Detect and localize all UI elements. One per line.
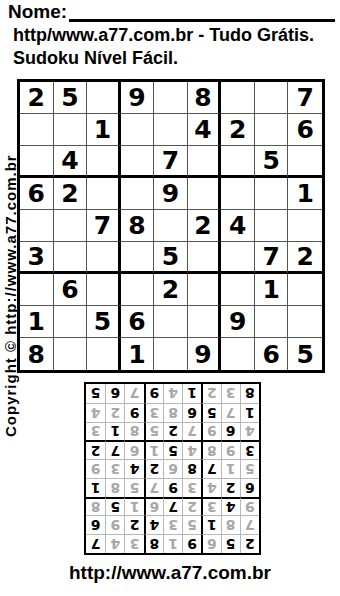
solution-cell-r3c2: 4 <box>221 497 240 516</box>
solution-cell-r8c7: 9 <box>124 403 143 422</box>
sudoku-cell-r3c9[interactable] <box>288 146 322 178</box>
sudoku-cell-r1c5[interactable] <box>154 82 188 114</box>
solution-cell-r2c9: 6 <box>86 515 105 534</box>
sudoku-cell-r6c9[interactable]: 2 <box>288 242 322 274</box>
sudoku-cell-r4c1[interactable]: 6 <box>20 178 54 210</box>
sudoku-cell-r7c9[interactable] <box>288 274 322 306</box>
sudoku-cell-r5c6[interactable]: 2 <box>188 210 222 242</box>
sudoku-cell-r5c1[interactable] <box>20 210 54 242</box>
sudoku-cell-r9c6[interactable]: 9 <box>188 338 222 370</box>
sudoku-cell-r8c2[interactable] <box>54 306 88 338</box>
solution-cell-r5c7: 4 <box>124 459 143 478</box>
solution-cell-r3c3: 3 <box>201 497 220 516</box>
sudoku-cell-r7c3[interactable] <box>87 274 121 306</box>
sudoku-cell-r8c9[interactable] <box>288 306 322 338</box>
name-label: Nome: <box>8 2 67 22</box>
solution-cell-r5c6: 2 <box>144 459 163 478</box>
solution-cell-r5c5: 6 <box>163 459 182 478</box>
solution-cell-r6c4: 4 <box>182 440 201 459</box>
solution-cell-r4c2: 2 <box>221 478 240 497</box>
solution-cell-r9c9: 5 <box>86 384 105 403</box>
sudoku-cell-r9c4[interactable]: 1 <box>121 338 155 370</box>
solution-cell-r5c2: 1 <box>221 459 240 478</box>
sudoku-cell-r1c7[interactable] <box>221 82 255 114</box>
sudoku-cell-r3c3[interactable] <box>87 146 121 178</box>
copyright-vertical-text: Copyright © http://www.a77.com.br <box>2 85 19 437</box>
solution-cell-r4c6: 7 <box>144 478 163 497</box>
name-blank-line <box>69 3 335 22</box>
solution-cell-r7c2: 6 <box>221 422 240 441</box>
sudoku-cell-r3c1[interactable] <box>20 146 54 178</box>
sudoku-cell-r7c1[interactable] <box>20 274 54 306</box>
solution-cell-r4c1: 6 <box>240 478 259 497</box>
solution-cell-r4c9: 1 <box>86 478 105 497</box>
solution-cell-r2c3: 1 <box>201 515 220 534</box>
sudoku-cell-r6c6[interactable] <box>188 242 222 274</box>
sudoku-cell-r4c2[interactable]: 2 <box>54 178 88 210</box>
solution-cell-r8c4: 6 <box>182 403 201 422</box>
sudoku-cell-r5c4[interactable]: 8 <box>121 210 155 242</box>
sudoku-cell-r7c4[interactable] <box>121 274 155 306</box>
solution-cell-r4c8: 8 <box>105 478 124 497</box>
solution-cell-r8c6: 3 <box>144 403 163 422</box>
sudoku-cell-r6c3[interactable] <box>87 242 121 274</box>
sudoku-cell-r7c5[interactable]: 2 <box>154 274 188 306</box>
sudoku-cell-r7c2[interactable]: 6 <box>54 274 88 306</box>
sudoku-cell-r8c7[interactable]: 9 <box>221 306 255 338</box>
sudoku-cell-r2c3[interactable]: 1 <box>87 114 121 146</box>
sudoku-cell-r5c5[interactable] <box>154 210 188 242</box>
sudoku-cell-r3c7[interactable] <box>221 146 255 178</box>
page: Nome: http/www.a77.com.br - Tudo Grátis.… <box>0 0 340 596</box>
solution-cell-r1c7: 3 <box>124 534 143 553</box>
sudoku-cell-r6c1[interactable]: 3 <box>20 242 54 274</box>
solution-cell-r4c5: 9 <box>163 478 182 497</box>
sudoku-cell-r8c3[interactable]: 5 <box>87 306 121 338</box>
solution-cell-r4c4: 3 <box>182 478 201 497</box>
sudoku-cell-r4c3[interactable] <box>87 178 121 210</box>
sudoku-cell-r8c6[interactable] <box>188 306 222 338</box>
sudoku-cell-r2c9[interactable]: 6 <box>288 114 322 146</box>
sudoku-cell-r1c8[interactable] <box>255 82 289 114</box>
solution-cell-r2c7: 2 <box>124 515 143 534</box>
solution-cell-r1c9: 7 <box>86 534 105 553</box>
sudoku-cell-r5c3[interactable]: 7 <box>87 210 121 242</box>
sudoku-cell-r7c7[interactable] <box>221 274 255 306</box>
solution-cell-r3c9: 8 <box>86 497 105 516</box>
difficulty-title: Sudoku Nível Fácil. <box>13 48 178 69</box>
solution-cell-r6c7: 6 <box>124 440 143 459</box>
sudoku-cell-r2c4[interactable] <box>121 114 155 146</box>
solution-cell-r7c9: 3 <box>86 422 105 441</box>
sudoku-cell-r4c4[interactable] <box>121 178 155 210</box>
solution-cell-r1c8: 4 <box>105 534 124 553</box>
solution-cell-r7c4: 7 <box>182 422 201 441</box>
sudoku-cell-r9c2[interactable] <box>54 338 88 370</box>
solution-cell-r5c4: 8 <box>182 459 201 478</box>
footer-url: http://www.a77.com.br <box>0 562 340 584</box>
main-grid: 259871426475629178243572621156981965 <box>17 79 325 373</box>
solution-cell-r2c5: 3 <box>163 515 182 534</box>
sudoku-cell-r3c5[interactable]: 7 <box>154 146 188 178</box>
sudoku-cell-r6c8[interactable]: 7 <box>255 242 289 274</box>
solution-cell-r4c7: 5 <box>124 478 143 497</box>
solution-cell-r6c9: 2 <box>86 440 105 459</box>
sudoku-cell-r4c9[interactable]: 1 <box>288 178 322 210</box>
sudoku-cell-r2c1[interactable] <box>20 114 54 146</box>
sudoku-cell-r5c9[interactable] <box>288 210 322 242</box>
sudoku-cell-r7c6[interactable] <box>188 274 222 306</box>
sudoku-cell-r3c8[interactable]: 5 <box>255 146 289 178</box>
sudoku-cell-r9c3[interactable] <box>87 338 121 370</box>
sudoku-cell-r5c8[interactable] <box>255 210 289 242</box>
sudoku-cell-r6c4[interactable] <box>121 242 155 274</box>
solution-cell-r9c4: 1 <box>182 384 201 403</box>
solution-cell-r9c8: 6 <box>105 384 124 403</box>
solution-cell-r9c3: 2 <box>201 384 220 403</box>
sudoku-cell-r9c8[interactable]: 6 <box>255 338 289 370</box>
name-row: Nome: <box>8 2 335 22</box>
solution-cell-r5c8: 3 <box>105 459 124 478</box>
solution-cell-r6c6: 1 <box>144 440 163 459</box>
solution-cell-r7c6: 5 <box>144 422 163 441</box>
solution-grid: 2569183477815342969432761586243975815178… <box>84 382 261 555</box>
sudoku-cell-r2c6[interactable]: 4 <box>188 114 222 146</box>
solution-cell-r9c7: 7 <box>124 384 143 403</box>
solution-cell-r9c5: 4 <box>163 384 182 403</box>
sudoku-cell-r1c3[interactable] <box>87 82 121 114</box>
solution-cell-r6c1: 3 <box>240 440 259 459</box>
solution-cell-r3c5: 7 <box>163 497 182 516</box>
solution-cell-r3c1: 9 <box>240 497 259 516</box>
sudoku-cell-r9c5[interactable] <box>154 338 188 370</box>
sudoku-cell-r6c7[interactable] <box>221 242 255 274</box>
sudoku-cell-r9c7[interactable] <box>221 338 255 370</box>
sudoku-cell-r4c8[interactable] <box>255 178 289 210</box>
solution-cell-r7c1: 4 <box>240 422 259 441</box>
solution-cell-r8c2: 7 <box>221 403 240 422</box>
sudoku-cell-r1c6[interactable]: 8 <box>188 82 222 114</box>
solution-cell-r9c6: 9 <box>144 384 163 403</box>
sudoku-cell-r3c4[interactable] <box>121 146 155 178</box>
solution-cell-r5c1: 5 <box>240 459 259 478</box>
sudoku-cell-r8c1[interactable]: 1 <box>20 306 54 338</box>
solution-cell-r1c6: 8 <box>144 534 163 553</box>
sudoku-cell-r6c2[interactable] <box>54 242 88 274</box>
solution-cell-r3c8: 5 <box>105 497 124 516</box>
solution-cell-r7c5: 2 <box>163 422 182 441</box>
sudoku-cell-r4c7[interactable] <box>221 178 255 210</box>
solution-cell-r7c3: 9 <box>201 422 220 441</box>
sudoku-cell-r2c2[interactable] <box>54 114 88 146</box>
solution-cell-r2c6: 4 <box>144 515 163 534</box>
sudoku-cell-r8c4[interactable]: 6 <box>121 306 155 338</box>
solution-cell-r2c8: 9 <box>105 515 124 534</box>
solution-cell-r2c2: 8 <box>221 515 240 534</box>
sudoku-cell-r3c2[interactable]: 4 <box>54 146 88 178</box>
sudoku-cell-r5c2[interactable] <box>54 210 88 242</box>
sudoku-cell-r1c1[interactable]: 2 <box>20 82 54 114</box>
solution-cell-r1c3: 6 <box>201 534 220 553</box>
solution-cell-r1c1: 2 <box>240 534 259 553</box>
sudoku-cell-r1c9[interactable]: 7 <box>288 82 322 114</box>
sudoku-cell-r7c8[interactable]: 1 <box>255 274 289 306</box>
solution-cell-r4c3: 4 <box>201 478 220 497</box>
solution-cell-r6c2: 9 <box>221 440 240 459</box>
solution-cell-r8c3: 5 <box>201 403 220 422</box>
sudoku-cell-r5c7[interactable]: 4 <box>221 210 255 242</box>
site-title: http/www.a77.com.br - Tudo Grátis. <box>13 25 314 46</box>
sudoku-cell-r1c2[interactable]: 5 <box>54 82 88 114</box>
sudoku-cell-r8c8[interactable] <box>255 306 289 338</box>
sudoku-cell-r9c1[interactable]: 8 <box>20 338 54 370</box>
sudoku-cell-r4c6[interactable] <box>188 178 222 210</box>
solution-cell-r2c4: 5 <box>182 515 201 534</box>
solution-cell-r3c7: 1 <box>124 497 143 516</box>
solution-cell-r6c8: 7 <box>105 440 124 459</box>
solution-cell-r6c5: 5 <box>163 440 182 459</box>
solution-cell-r5c9: 9 <box>86 459 105 478</box>
sudoku-cell-r6c5[interactable]: 5 <box>154 242 188 274</box>
solution-cell-r3c4: 2 <box>182 497 201 516</box>
solution-cell-r8c5: 8 <box>163 403 182 422</box>
sudoku-cell-r2c7[interactable]: 2 <box>221 114 255 146</box>
solution-cell-r7c8: 1 <box>105 422 124 441</box>
solution-cell-r7c7: 8 <box>124 422 143 441</box>
solution-cell-r6c3: 8 <box>201 440 220 459</box>
solution-cell-r8c1: 1 <box>240 403 259 422</box>
solution-cell-r5c3: 7 <box>201 459 220 478</box>
sudoku-cell-r1c4[interactable]: 9 <box>121 82 155 114</box>
solution-cell-r1c2: 5 <box>221 534 240 553</box>
sudoku-cell-r4c5[interactable]: 9 <box>154 178 188 210</box>
sudoku-cell-r2c5[interactable] <box>154 114 188 146</box>
sudoku-cell-r2c8[interactable] <box>255 114 289 146</box>
sudoku-cell-r9c9[interactable]: 5 <box>288 338 322 370</box>
solution-cell-r1c4: 9 <box>182 534 201 553</box>
sudoku-cell-r3c6[interactable] <box>188 146 222 178</box>
solution-cell-r8c8: 2 <box>105 403 124 422</box>
solution-cell-r9c2: 3 <box>221 384 240 403</box>
solution-cell-r2c1: 7 <box>240 515 259 534</box>
solution-cell-r9c1: 8 <box>240 384 259 403</box>
solution-cell-r8c9: 4 <box>86 403 105 422</box>
sudoku-cell-r8c5[interactable] <box>154 306 188 338</box>
solution-cell-r3c6: 6 <box>144 497 163 516</box>
solution-cell-r1c5: 1 <box>163 534 182 553</box>
